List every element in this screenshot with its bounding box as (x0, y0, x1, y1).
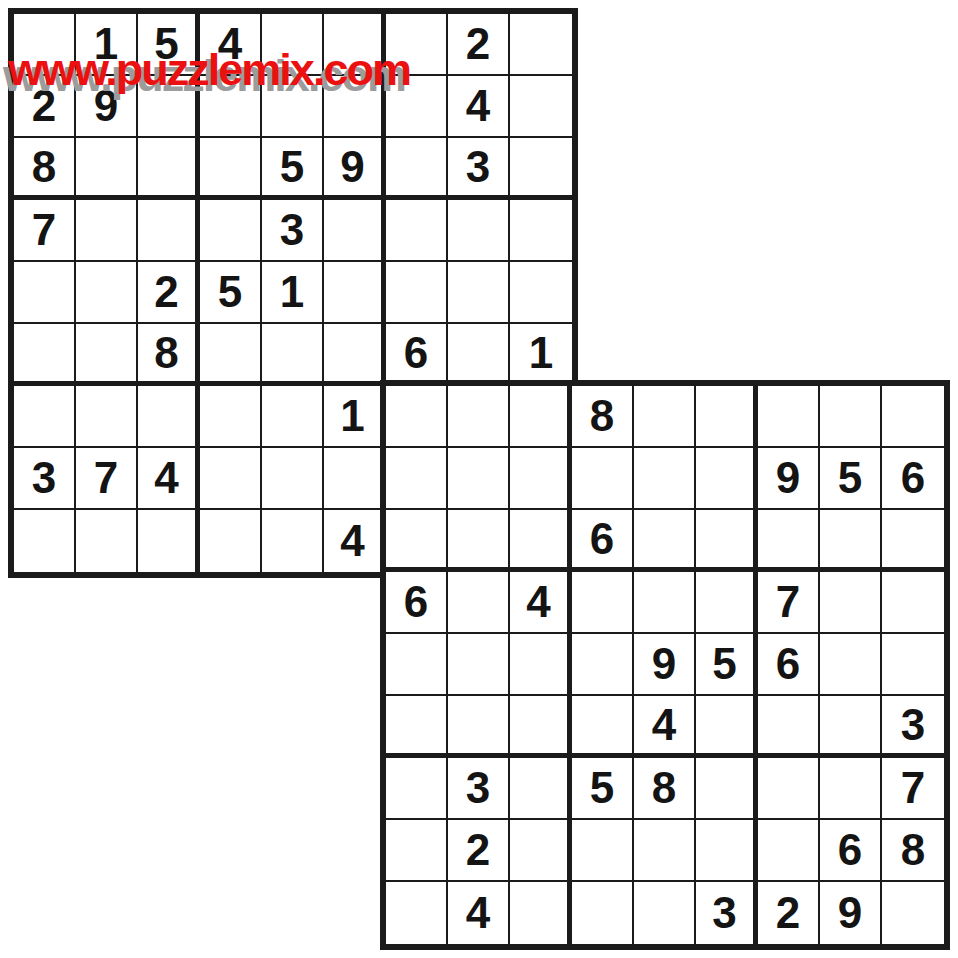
grid2-cell-r8c8[interactable]: 6 (820, 820, 882, 882)
grid2-cell-r5c6[interactable]: 5 (696, 634, 758, 696)
grid2-cell-r7c3[interactable] (510, 758, 572, 820)
grid1-cell-r8c3[interactable]: 4 (138, 448, 200, 510)
grid1-cell-r8c1[interactable]: 3 (14, 448, 76, 510)
grid2-cell-r7c6[interactable] (696, 758, 758, 820)
grid2-cell-r1c4[interactable]: 8 (572, 386, 634, 448)
grid1-cell-r2c1[interactable]: 2 (14, 76, 76, 138)
grid2-cell-r4c5[interactable] (634, 572, 696, 634)
grid1-cell-r4c8[interactable] (448, 200, 510, 262)
grid2-cell-r5c2[interactable] (448, 634, 510, 696)
grid2-cell-r5c8[interactable] (820, 634, 882, 696)
grid1-cell-r3c5[interactable]: 5 (262, 138, 324, 200)
grid2-cell-r8c6[interactable] (696, 820, 758, 882)
grid1-cell-r9c4[interactable] (200, 510, 262, 572)
grid1-cell-r3c6[interactable]: 9 (324, 138, 386, 200)
grid1-cell-r3c3[interactable] (138, 138, 200, 200)
grid1-cell-r4c6[interactable] (324, 200, 386, 262)
grid2-cell-r8c7[interactable] (758, 820, 820, 882)
grid2-cell-r3c2[interactable] (448, 510, 510, 572)
grid1-cell-r2c2[interactable]: 9 (76, 76, 138, 138)
grid2-cell-r9c5[interactable] (634, 882, 696, 944)
grid1-cell-r4c4[interactable] (200, 200, 262, 262)
grid2-cell-r9c6[interactable]: 3 (696, 882, 758, 944)
grid1-cell-r5c2[interactable] (76, 262, 138, 324)
grid2-cell-r7c5[interactable]: 8 (634, 758, 696, 820)
grid1-cell-r9c5[interactable] (262, 510, 324, 572)
grid1-cell-r7c1[interactable] (14, 386, 76, 448)
grid2-cell-r8c3[interactable] (510, 820, 572, 882)
grid1-cell-r1c3[interactable]: 5 (138, 14, 200, 76)
grid2-cell-r2c1[interactable] (386, 448, 448, 510)
grid2-cell-r3c6[interactable] (696, 510, 758, 572)
grid2-cell-r5c3[interactable] (510, 634, 572, 696)
grid1-cell-r5c9[interactable] (510, 262, 572, 324)
grid1-cell-r9c3[interactable] (138, 510, 200, 572)
grid1-cell-r3c4[interactable] (200, 138, 262, 200)
grid1-cell-r2c7[interactable] (386, 76, 448, 138)
grid1-cell-r5c4[interactable]: 5 (200, 262, 262, 324)
grid1-cell-r1c6[interactable] (324, 14, 386, 76)
grid1-cell-r2c3[interactable] (138, 76, 200, 138)
grid1-cell-r7c4[interactable] (200, 386, 262, 448)
grid2-cell-r7c2[interactable]: 3 (448, 758, 510, 820)
grid2-cell-r2c3[interactable] (510, 448, 572, 510)
grid2-cell-r5c7[interactable]: 6 (758, 634, 820, 696)
grid1-cell-r6c9[interactable]: 1 (510, 324, 572, 386)
grid1-cell-r3c1[interactable]: 8 (14, 138, 76, 200)
grid1-cell-r4c2[interactable] (76, 200, 138, 262)
grid2-cell-r3c8[interactable] (820, 510, 882, 572)
grid2-cell-r4c1[interactable]: 6 (386, 572, 448, 634)
grid2-cell-r2c4[interactable] (572, 448, 634, 510)
grid2-cell-r3c5[interactable] (634, 510, 696, 572)
twin-sudoku-page: 154229485937325186113744 895666479564335… (0, 0, 958, 958)
grid1-cell-r3c9[interactable] (510, 138, 572, 200)
grid1-cell-r3c8[interactable]: 3 (448, 138, 510, 200)
grid1-cell-r2c5[interactable] (262, 76, 324, 138)
grid2-cell-r6c9[interactable]: 3 (882, 696, 944, 758)
grid1-cell-r1c7[interactable] (386, 14, 448, 76)
grid2-cell-r2c2[interactable] (448, 448, 510, 510)
grid2-cell-r9c9[interactable] (882, 882, 944, 944)
grid2-cell-r1c2[interactable] (448, 386, 510, 448)
sudoku-grid-bottom-right: 895666479564335872684329 (380, 380, 950, 950)
grid2-cell-r8c9[interactable]: 8 (882, 820, 944, 882)
grid2-cell-r4c6[interactable] (696, 572, 758, 634)
grid1-cell-r4c5[interactable]: 3 (262, 200, 324, 262)
grid2-cell-r4c7[interactable]: 7 (758, 572, 820, 634)
grid2-cell-r2c7[interactable]: 9 (758, 448, 820, 510)
grid2-cell-r8c2[interactable]: 2 (448, 820, 510, 882)
grid1-cell-r1c4[interactable]: 4 (200, 14, 262, 76)
grid1-cell-r6c4[interactable] (200, 324, 262, 386)
grid1-cell-r3c2[interactable] (76, 138, 138, 200)
grid2-cell-r1c9[interactable] (882, 386, 944, 448)
grid2-cell-r5c5[interactable]: 9 (634, 634, 696, 696)
grid1-cell-r2c9[interactable] (510, 76, 572, 138)
grid2-cell-r2c6[interactable] (696, 448, 758, 510)
grid1-cell-r8c5[interactable] (262, 448, 324, 510)
grid2-cell-r3c7[interactable] (758, 510, 820, 572)
grid2-cell-r9c1[interactable] (386, 882, 448, 944)
grid2-cell-r4c4[interactable] (572, 572, 634, 634)
grid2-cell-r1c7[interactable] (758, 386, 820, 448)
grid1-cell-r1c8[interactable]: 2 (448, 14, 510, 76)
grid1-cell-r4c7[interactable] (386, 200, 448, 262)
grid2-cell-r9c2[interactable]: 4 (448, 882, 510, 944)
grid1-cell-r7c6[interactable]: 1 (324, 386, 386, 448)
grid2-cell-r5c9[interactable] (882, 634, 944, 696)
grid1-cell-r1c9[interactable] (510, 14, 572, 76)
grid2-cell-r6c8[interactable] (820, 696, 882, 758)
grid1-cell-r5c5[interactable]: 1 (262, 262, 324, 324)
grid2-cell-r1c1[interactable] (386, 386, 448, 448)
grid1-cell-r2c6[interactable] (324, 76, 386, 138)
grid2-cell-r6c3[interactable] (510, 696, 572, 758)
grid2-cell-r7c8[interactable] (820, 758, 882, 820)
grid1-cell-r6c6[interactable] (324, 324, 386, 386)
grid1-cell-r9c2[interactable] (76, 510, 138, 572)
grid2-cell-r9c3[interactable] (510, 882, 572, 944)
grid1-cell-r1c1[interactable] (14, 14, 76, 76)
grid2-cell-r3c9[interactable] (882, 510, 944, 572)
grid1-cell-r4c9[interactable] (510, 200, 572, 262)
grid2-cell-r6c4[interactable] (572, 696, 634, 758)
grid2-cell-r1c6[interactable] (696, 386, 758, 448)
grid2-cell-r1c3[interactable] (510, 386, 572, 448)
grid2-cell-r8c4[interactable] (572, 820, 634, 882)
grid1-cell-r5c1[interactable] (14, 262, 76, 324)
grid1-cell-r2c4[interactable] (200, 76, 262, 138)
grid1-cell-r6c7[interactable]: 6 (386, 324, 448, 386)
grid2-cell-r5c1[interactable] (386, 634, 448, 696)
grid2-cell-r9c7[interactable]: 2 (758, 882, 820, 944)
grid2-cell-r4c8[interactable] (820, 572, 882, 634)
grid1-cell-r5c8[interactable] (448, 262, 510, 324)
grid1-cell-r3c7[interactable] (386, 138, 448, 200)
grid1-cell-r1c2[interactable]: 1 (76, 14, 138, 76)
grid2-cell-r2c8[interactable]: 5 (820, 448, 882, 510)
grid1-cell-r7c2[interactable] (76, 386, 138, 448)
grid1-cell-r6c1[interactable] (14, 324, 76, 386)
grid2-cell-r8c1[interactable] (386, 820, 448, 882)
grid1-cell-r2c8[interactable]: 4 (448, 76, 510, 138)
grid2-cell-r9c8[interactable]: 9 (820, 882, 882, 944)
grid2-cell-r3c4[interactable]: 6 (572, 510, 634, 572)
grid2-cell-r4c2[interactable] (448, 572, 510, 634)
grid2-cell-r7c1[interactable] (386, 758, 448, 820)
grid2-cell-r3c1[interactable] (386, 510, 448, 572)
grid2-cell-r9c4[interactable] (572, 882, 634, 944)
grid1-cell-r5c6[interactable] (324, 262, 386, 324)
grid1-cell-r4c3[interactable] (138, 200, 200, 262)
grid2-cell-r3c3[interactable] (510, 510, 572, 572)
grid2-cell-r6c5[interactable]: 4 (634, 696, 696, 758)
grid2-cell-r2c5[interactable] (634, 448, 696, 510)
grid1-cell-r6c8[interactable] (448, 324, 510, 386)
grid2-cell-r2c9[interactable]: 6 (882, 448, 944, 510)
grid1-cell-r6c5[interactable] (262, 324, 324, 386)
grid1-cell-r6c2[interactable] (76, 324, 138, 386)
grid2-cell-r4c3[interactable]: 4 (510, 572, 572, 634)
grid2-cell-r5c4[interactable] (572, 634, 634, 696)
grid1-cell-r8c2[interactable]: 7 (76, 448, 138, 510)
grid1-cell-r8c6[interactable] (324, 448, 386, 510)
grid1-cell-r1c5[interactable] (262, 14, 324, 76)
grid2-cell-r6c2[interactable] (448, 696, 510, 758)
grid1-cell-r5c3[interactable]: 2 (138, 262, 200, 324)
grid2-cell-r7c7[interactable] (758, 758, 820, 820)
grid2-cell-r1c5[interactable] (634, 386, 696, 448)
grid1-cell-r7c3[interactable] (138, 386, 200, 448)
grid2-cell-r8c5[interactable] (634, 820, 696, 882)
grid1-cell-r8c4[interactable] (200, 448, 262, 510)
grid1-cell-r5c7[interactable] (386, 262, 448, 324)
grid2-cell-r7c9[interactable]: 7 (882, 758, 944, 820)
grid1-cell-r9c6[interactable]: 4 (324, 510, 386, 572)
grid1-cell-r7c5[interactable] (262, 386, 324, 448)
grid2-cell-r4c9[interactable] (882, 572, 944, 634)
grid2-cell-r6c7[interactable] (758, 696, 820, 758)
grid2-cell-r1c8[interactable] (820, 386, 882, 448)
grid2-cell-r7c4[interactable]: 5 (572, 758, 634, 820)
grid2-cell-r6c6[interactable] (696, 696, 758, 758)
grid1-cell-r4c1[interactable]: 7 (14, 200, 76, 262)
grid1-cell-r9c1[interactable] (14, 510, 76, 572)
grid2-cell-r6c1[interactable] (386, 696, 448, 758)
grid1-cell-r6c3[interactable]: 8 (138, 324, 200, 386)
